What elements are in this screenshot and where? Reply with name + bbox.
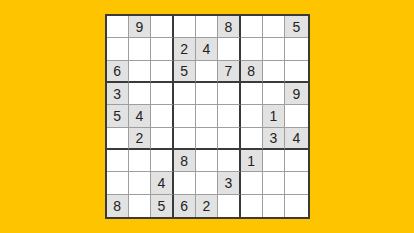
cell-r9c9[interactable]	[285, 195, 307, 217]
cell-r5c4[interactable]	[174, 105, 196, 127]
cell-r7c5[interactable]	[196, 150, 218, 172]
cell-r7c1[interactable]	[107, 150, 129, 172]
cell-r3c2[interactable]	[129, 61, 151, 83]
cell-r6c5[interactable]	[196, 128, 218, 150]
cell-r7c7: 1	[241, 150, 263, 172]
cell-r9c3: 5	[151, 195, 173, 217]
cell-r1c7[interactable]	[241, 16, 263, 38]
cell-r1c5[interactable]	[196, 16, 218, 38]
cell-r6c9: 4	[285, 128, 307, 150]
cell-r3c9[interactable]	[285, 61, 307, 83]
cell-r1c3[interactable]	[151, 16, 173, 38]
cell-r5c9[interactable]	[285, 105, 307, 127]
cell-r3c5[interactable]	[196, 61, 218, 83]
cell-r8c4[interactable]	[174, 172, 196, 194]
cell-r7c3[interactable]	[151, 150, 173, 172]
cell-r6c3[interactable]	[151, 128, 173, 150]
cell-r6c1[interactable]	[107, 128, 129, 150]
cell-r3c3[interactable]	[151, 61, 173, 83]
cell-r3c4: 5	[174, 61, 196, 83]
cell-r5c7[interactable]	[241, 105, 263, 127]
cell-r2c7[interactable]	[241, 38, 263, 60]
cell-r3c7: 8	[241, 61, 263, 83]
cell-r1c8[interactable]	[263, 16, 285, 38]
cell-r4c8[interactable]	[263, 83, 285, 105]
cell-r8c5[interactable]	[196, 172, 218, 194]
cell-r1c6: 8	[218, 16, 240, 38]
cell-r9c6[interactable]	[218, 195, 240, 217]
cell-r7c2[interactable]	[129, 150, 151, 172]
cell-r8c3: 4	[151, 172, 173, 194]
cell-r9c2[interactable]	[129, 195, 151, 217]
cell-r9c7[interactable]	[241, 195, 263, 217]
cell-r2c6[interactable]	[218, 38, 240, 60]
cell-r3c6: 7	[218, 61, 240, 83]
cell-r8c6: 3	[218, 172, 240, 194]
cell-r9c5: 2	[196, 195, 218, 217]
cell-r7c4: 8	[174, 150, 196, 172]
cell-r4c7[interactable]	[241, 83, 263, 105]
cell-r5c5[interactable]	[196, 105, 218, 127]
cell-r2c1[interactable]	[107, 38, 129, 60]
cell-r1c1[interactable]	[107, 16, 129, 38]
cell-r4c1: 3	[107, 83, 129, 105]
cell-r3c1: 6	[107, 61, 129, 83]
cell-r6c2: 2	[129, 128, 151, 150]
cell-r8c9[interactable]	[285, 172, 307, 194]
cell-r4c6[interactable]	[218, 83, 240, 105]
cell-r2c8[interactable]	[263, 38, 285, 60]
cell-r1c4[interactable]	[174, 16, 196, 38]
cell-r6c4[interactable]	[174, 128, 196, 150]
cell-r5c1: 5	[107, 105, 129, 127]
cell-r8c8[interactable]	[263, 172, 285, 194]
cell-r4c9: 9	[285, 83, 307, 105]
cell-r6c8: 3	[263, 128, 285, 150]
cell-r5c6[interactable]	[218, 105, 240, 127]
cell-r1c9: 5	[285, 16, 307, 38]
cell-r2c9[interactable]	[285, 38, 307, 60]
cell-r5c2: 4	[129, 105, 151, 127]
cell-r4c2[interactable]	[129, 83, 151, 105]
cell-r3c8[interactable]	[263, 61, 285, 83]
sudoku-board: 9852465783954123481438562	[105, 14, 310, 219]
cell-r8c2[interactable]	[129, 172, 151, 194]
cell-r2c5: 4	[196, 38, 218, 60]
cell-r4c3[interactable]	[151, 83, 173, 105]
cell-r1c2: 9	[129, 16, 151, 38]
cell-r4c4[interactable]	[174, 83, 196, 105]
cell-r2c3[interactable]	[151, 38, 173, 60]
cell-r9c4: 6	[174, 195, 196, 217]
page-background: { "game": "sudoku", "board": { "size": 9…	[0, 0, 414, 233]
cell-r6c7[interactable]	[241, 128, 263, 150]
cell-r2c4: 2	[174, 38, 196, 60]
cell-r5c8: 1	[263, 105, 285, 127]
cell-r7c6[interactable]	[218, 150, 240, 172]
cell-r7c8[interactable]	[263, 150, 285, 172]
cell-r8c1[interactable]	[107, 172, 129, 194]
cell-r7c9[interactable]	[285, 150, 307, 172]
cell-r8c7[interactable]	[241, 172, 263, 194]
cell-r2c2[interactable]	[129, 38, 151, 60]
cell-r5c3[interactable]	[151, 105, 173, 127]
cell-r6c6[interactable]	[218, 128, 240, 150]
cell-r9c8[interactable]	[263, 195, 285, 217]
cell-r9c1: 8	[107, 195, 129, 217]
cell-r4c5[interactable]	[196, 83, 218, 105]
